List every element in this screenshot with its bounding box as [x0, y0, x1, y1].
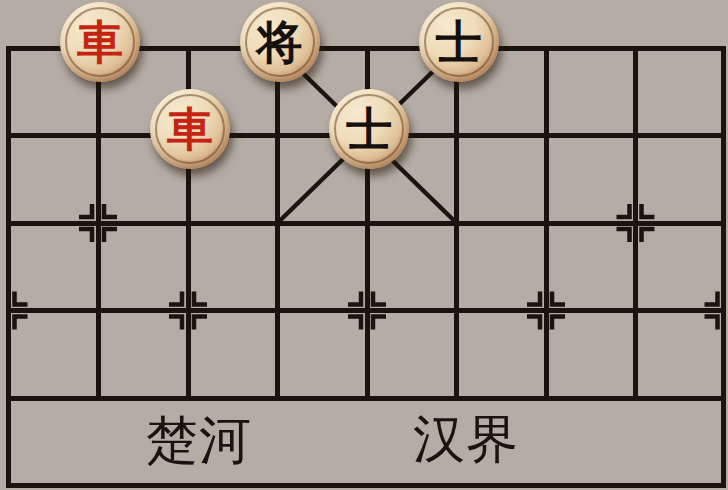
xiangqi-diagram: 楚河 汉界 車将士車士 — [0, 0, 728, 490]
red-chariot-glyph: 車 — [167, 106, 213, 152]
board-cell — [11, 226, 101, 314]
board-cell — [280, 313, 370, 401]
black-advisor-piece[interactable]: 士 — [329, 89, 409, 169]
board-cell — [191, 226, 281, 314]
board-cell — [280, 226, 370, 314]
red-chariot-piece[interactable]: 車 — [150, 89, 230, 169]
board-cell — [459, 226, 549, 314]
board-cell — [549, 226, 639, 314]
board-cell — [191, 313, 281, 401]
board-cell — [370, 313, 460, 401]
board-cell — [638, 226, 721, 314]
board-cell — [549, 138, 639, 226]
red-chariot-glyph: 車 — [77, 19, 123, 65]
board-cell — [11, 313, 101, 401]
river-label-han-jie: 汉界 — [413, 413, 519, 465]
black-advisor-glyph: 士 — [436, 19, 482, 65]
black-advisor-glyph: 士 — [346, 106, 392, 152]
black-advisor-piece[interactable]: 士 — [419, 2, 499, 82]
board-cell — [101, 313, 191, 401]
board-cell — [101, 226, 191, 314]
river-label-chu-he: 楚河 — [146, 414, 252, 466]
board-cell — [370, 226, 460, 314]
red-chariot-piece[interactable]: 車 — [60, 2, 140, 82]
board-cell — [638, 138, 721, 226]
black-general-piece[interactable]: 将 — [240, 2, 320, 82]
board-cell — [549, 51, 639, 138]
board-cell — [638, 313, 721, 401]
board-cell — [638, 51, 721, 138]
board-cell — [459, 138, 549, 226]
board-cell — [549, 313, 639, 401]
black-general-glyph: 将 — [257, 19, 303, 65]
board-cell — [11, 138, 101, 226]
river-band — [11, 401, 721, 483]
board-cell — [459, 313, 549, 401]
